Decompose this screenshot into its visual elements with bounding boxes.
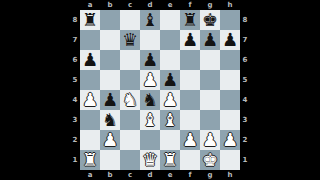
piece-black-pawn[interactable]: ♟ [80, 50, 100, 70]
square-g5[interactable] [200, 70, 220, 90]
square-h7[interactable]: ♟ [220, 30, 240, 50]
square-h2[interactable]: ♟ [220, 130, 240, 150]
square-b2[interactable]: ♟ [100, 130, 120, 150]
rank-label-3: 3 [70, 110, 80, 130]
square-c1[interactable] [120, 150, 140, 170]
piece-white-knight[interactable]: ♞ [120, 90, 140, 110]
square-f1[interactable] [180, 150, 200, 170]
file-label-g: g [200, 170, 220, 180]
square-a6[interactable]: ♟ [80, 50, 100, 70]
board-grid: ♜♝♜♚♛♟♟♟♟♟♟♟♟♟♞♞♟♞♝♝♟♟♟♟♜♛♜♚ [80, 10, 240, 170]
square-b8[interactable] [100, 10, 120, 30]
rank-label-1: 1 [240, 150, 250, 170]
piece-white-pawn[interactable]: ♟ [200, 130, 220, 150]
square-c8[interactable] [120, 10, 140, 30]
piece-black-pawn[interactable]: ♟ [200, 30, 220, 50]
square-f2[interactable]: ♟ [180, 130, 200, 150]
piece-white-king[interactable]: ♚ [200, 150, 220, 170]
rank-label-2: 2 [240, 130, 250, 150]
rank-label-5: 5 [70, 70, 80, 90]
file-label-b: b [100, 170, 120, 180]
square-f3[interactable] [180, 110, 200, 130]
square-f5[interactable] [180, 70, 200, 90]
rank-label-7: 7 [70, 30, 80, 50]
chess-board: abcdefgh 87654321 ♜♝♜♚♛♟♟♟♟♟♟♟♟♟♞♞♟♞♝♝♟♟… [70, 0, 250, 180]
rank-label-6: 6 [240, 50, 250, 70]
square-g7[interactable]: ♟ [200, 30, 220, 50]
rank-label-8: 8 [70, 10, 80, 30]
square-h3[interactable] [220, 110, 240, 130]
square-b4[interactable]: ♟ [100, 90, 120, 110]
piece-black-king[interactable]: ♚ [200, 10, 220, 30]
video-frame: abcdefgh 87654321 ♜♝♜♚♛♟♟♟♟♟♟♟♟♟♞♞♟♞♝♝♟♟… [0, 0, 320, 180]
square-h6[interactable] [220, 50, 240, 70]
piece-black-pawn[interactable]: ♟ [160, 70, 180, 90]
file-label-c: c [120, 0, 140, 10]
piece-black-pawn[interactable]: ♟ [220, 30, 240, 50]
rank-label-7: 7 [240, 30, 250, 50]
piece-white-queen[interactable]: ♛ [140, 150, 160, 170]
piece-white-pawn[interactable]: ♟ [160, 90, 180, 110]
file-label-a: a [80, 170, 100, 180]
piece-black-bishop[interactable]: ♝ [140, 10, 160, 30]
square-c2[interactable] [120, 130, 140, 150]
square-f4[interactable] [180, 90, 200, 110]
square-d5[interactable]: ♟ [140, 70, 160, 90]
square-g2[interactable]: ♟ [200, 130, 220, 150]
file-labels-bottom: abcdefgh [80, 170, 240, 180]
square-a8[interactable]: ♜ [80, 10, 100, 30]
rank-label-6: 6 [70, 50, 80, 70]
square-h1[interactable] [220, 150, 240, 170]
rank-label-3: 3 [240, 110, 250, 130]
piece-white-bishop[interactable]: ♝ [160, 110, 180, 130]
square-b7[interactable] [100, 30, 120, 50]
piece-white-pawn[interactable]: ♟ [140, 70, 160, 90]
square-d7[interactable] [140, 30, 160, 50]
square-d8[interactable]: ♝ [140, 10, 160, 30]
piece-white-rook[interactable]: ♜ [80, 150, 100, 170]
square-d2[interactable] [140, 130, 160, 150]
file-label-h: h [220, 170, 240, 180]
square-g1[interactable]: ♚ [200, 150, 220, 170]
square-a4[interactable]: ♟ [80, 90, 100, 110]
square-d6[interactable]: ♟ [140, 50, 160, 70]
piece-black-rook[interactable]: ♜ [80, 10, 100, 30]
piece-black-knight[interactable]: ♞ [140, 90, 160, 110]
piece-black-pawn[interactable]: ♟ [140, 50, 160, 70]
square-a3[interactable] [80, 110, 100, 130]
rank-label-4: 4 [70, 90, 80, 110]
square-h4[interactable] [220, 90, 240, 110]
rank-label-4: 4 [240, 90, 250, 110]
square-a1[interactable]: ♜ [80, 150, 100, 170]
square-g3[interactable] [200, 110, 220, 130]
square-d1[interactable]: ♛ [140, 150, 160, 170]
square-e1[interactable]: ♜ [160, 150, 180, 170]
square-f7[interactable]: ♟ [180, 30, 200, 50]
piece-white-pawn[interactable]: ♟ [100, 130, 120, 150]
square-g4[interactable] [200, 90, 220, 110]
piece-black-knight[interactable]: ♞ [100, 110, 120, 130]
rank-label-5: 5 [240, 70, 250, 90]
rank-labels-right: 87654321 [240, 10, 250, 170]
piece-white-rook[interactable]: ♜ [160, 150, 180, 170]
file-label-c: c [120, 170, 140, 180]
file-label-e: e [160, 170, 180, 180]
piece-white-pawn[interactable]: ♟ [180, 130, 200, 150]
square-c7[interactable]: ♛ [120, 30, 140, 50]
square-d4[interactable]: ♞ [140, 90, 160, 110]
square-e6[interactable] [160, 50, 180, 70]
rank-label-1: 1 [70, 150, 80, 170]
piece-black-pawn[interactable]: ♟ [180, 30, 200, 50]
square-e3[interactable]: ♝ [160, 110, 180, 130]
square-a5[interactable] [80, 70, 100, 90]
square-c3[interactable] [120, 110, 140, 130]
file-label-d: d [140, 170, 160, 180]
square-g6[interactable] [200, 50, 220, 70]
piece-black-pawn[interactable]: ♟ [100, 90, 120, 110]
square-d3[interactable]: ♝ [140, 110, 160, 130]
square-e8[interactable] [160, 10, 180, 30]
square-e2[interactable] [160, 130, 180, 150]
square-a7[interactable] [80, 30, 100, 50]
square-b3[interactable]: ♞ [100, 110, 120, 130]
square-f6[interactable] [180, 50, 200, 70]
square-e4[interactable]: ♟ [160, 90, 180, 110]
piece-white-pawn[interactable]: ♟ [80, 90, 100, 110]
piece-white-bishop[interactable]: ♝ [140, 110, 160, 130]
file-label-h: h [220, 0, 240, 10]
rank-label-2: 2 [70, 130, 80, 150]
piece-black-queen[interactable]: ♛ [120, 30, 140, 50]
square-c5[interactable] [120, 70, 140, 90]
square-e7[interactable] [160, 30, 180, 50]
rank-labels-left: 87654321 [70, 10, 80, 170]
square-b1[interactable] [100, 150, 120, 170]
square-f8[interactable]: ♜ [180, 10, 200, 30]
square-a2[interactable] [80, 130, 100, 150]
piece-black-rook[interactable]: ♜ [180, 10, 200, 30]
square-h5[interactable] [220, 70, 240, 90]
square-b5[interactable] [100, 70, 120, 90]
square-g8[interactable]: ♚ [200, 10, 220, 30]
file-label-f: f [180, 170, 200, 180]
square-e5[interactable]: ♟ [160, 70, 180, 90]
piece-white-pawn[interactable]: ♟ [220, 130, 240, 150]
square-c4[interactable]: ♞ [120, 90, 140, 110]
rank-label-8: 8 [240, 10, 250, 30]
file-label-b: b [100, 0, 120, 10]
square-b6[interactable] [100, 50, 120, 70]
file-label-e: e [160, 0, 180, 10]
square-c6[interactable] [120, 50, 140, 70]
square-h8[interactable] [220, 10, 240, 30]
